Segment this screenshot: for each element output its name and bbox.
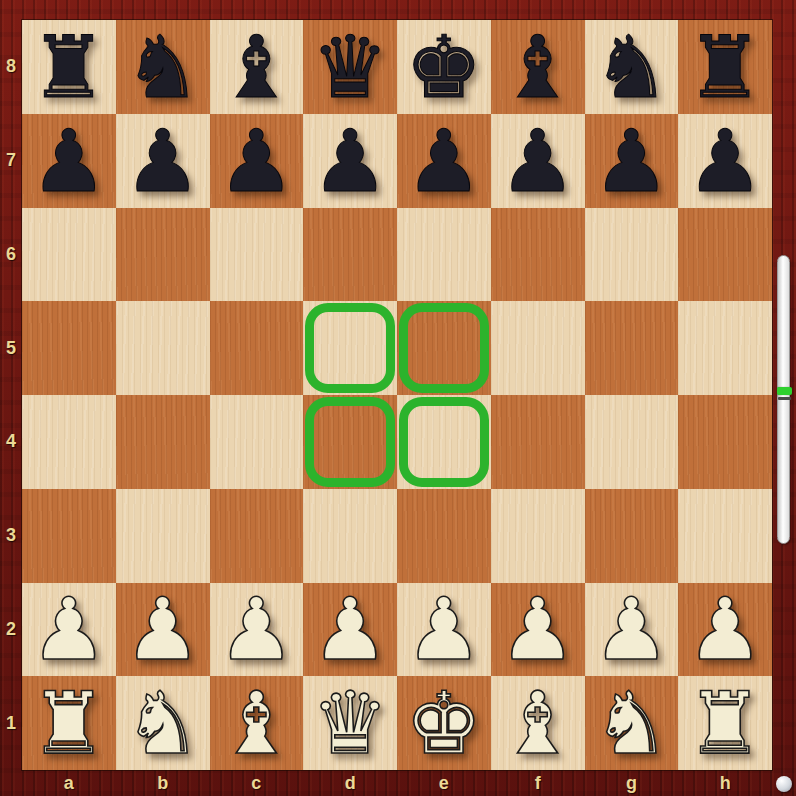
piece-wK-e1[interactable]: ♚	[397, 676, 491, 770]
piece-bP-d7[interactable]: ♟	[303, 114, 397, 208]
square-e8[interactable]: ♚	[397, 20, 491, 114]
piece-wP-b2[interactable]: ♟	[116, 583, 210, 677]
rank-label-5: 5	[0, 301, 22, 395]
piece-bP-a7[interactable]: ♟	[22, 114, 116, 208]
chess-board[interactable]: ♜♞♝♛♚♝♞♜♟♟♟♟♟♟♟♟♟♟♟♟♟♟♟♟♜♞♝♛♚♝♞♜	[22, 20, 772, 770]
square-c7[interactable]: ♟	[210, 114, 304, 208]
square-g7[interactable]: ♟	[585, 114, 679, 208]
square-a1[interactable]: ♜	[22, 676, 116, 770]
square-g4[interactable]	[585, 395, 679, 489]
square-c4[interactable]	[210, 395, 304, 489]
square-h4[interactable]	[678, 395, 772, 489]
piece-bQ-d8[interactable]: ♛	[303, 20, 397, 114]
piece-wP-c2[interactable]: ♟	[210, 583, 304, 677]
square-h6[interactable]	[678, 208, 772, 302]
rank-label-1: 1	[0, 676, 22, 770]
square-c1[interactable]: ♝	[210, 676, 304, 770]
square-b7[interactable]: ♟	[116, 114, 210, 208]
rank-label-7: 7	[0, 114, 22, 208]
square-a7[interactable]: ♟	[22, 114, 116, 208]
square-g8[interactable]: ♞	[585, 20, 679, 114]
highlight-ring-d4	[305, 397, 395, 487]
piece-wP-d2[interactable]: ♟	[303, 583, 397, 677]
piece-wR-h1[interactable]: ♜	[678, 676, 772, 770]
square-f5[interactable]	[491, 301, 585, 395]
square-a4[interactable]	[22, 395, 116, 489]
square-f6[interactable]	[491, 208, 585, 302]
board-frame: 87654321 ♜♞♝♛♚♝♞♜♟♟♟♟♟♟♟♟♟♟♟♟♟♟♟♟♜♞♝♛♚♝♞…	[0, 0, 796, 796]
square-c2[interactable]: ♟	[210, 583, 304, 677]
piece-bB-f8[interactable]: ♝	[491, 20, 585, 114]
square-f2[interactable]: ♟	[491, 583, 585, 677]
file-label-e: e	[397, 770, 491, 796]
square-b8[interactable]: ♞	[116, 20, 210, 114]
square-g2[interactable]: ♟	[585, 583, 679, 677]
piece-wP-a2[interactable]: ♟	[22, 583, 116, 677]
file-labels: abcdefgh	[22, 770, 772, 796]
piece-wQ-d1[interactable]: ♛	[303, 676, 397, 770]
square-h3[interactable]	[678, 489, 772, 583]
piece-bP-c7[interactable]: ♟	[210, 114, 304, 208]
rank-label-6: 6	[0, 208, 22, 302]
square-f3[interactable]	[491, 489, 585, 583]
rank-label-4: 4	[0, 395, 22, 489]
rank-labels: 87654321	[0, 20, 22, 770]
square-d3[interactable]	[303, 489, 397, 583]
piece-wP-f2[interactable]: ♟	[491, 583, 585, 677]
piece-wN-b1[interactable]: ♞	[116, 676, 210, 770]
file-label-f: f	[491, 770, 585, 796]
square-g1[interactable]: ♞	[585, 676, 679, 770]
square-f7[interactable]: ♟	[491, 114, 585, 208]
square-e5[interactable]	[397, 301, 491, 395]
piece-bR-a8[interactable]: ♜	[22, 20, 116, 114]
square-e7[interactable]: ♟	[397, 114, 491, 208]
piece-wB-f1[interactable]: ♝	[491, 676, 585, 770]
square-d1[interactable]: ♛	[303, 676, 397, 770]
square-c5[interactable]	[210, 301, 304, 395]
square-f1[interactable]: ♝	[491, 676, 585, 770]
piece-bN-g8[interactable]: ♞	[585, 20, 679, 114]
move-slider[interactable]	[777, 255, 790, 544]
piece-wB-c1[interactable]: ♝	[210, 676, 304, 770]
square-g3[interactable]	[585, 489, 679, 583]
square-d5[interactable]	[303, 301, 397, 395]
corner-ball-button[interactable]	[776, 776, 792, 792]
rank-label-2: 2	[0, 583, 22, 677]
square-e2[interactable]: ♟	[397, 583, 491, 677]
piece-wN-g1[interactable]: ♞	[585, 676, 679, 770]
piece-bP-f7[interactable]: ♟	[491, 114, 585, 208]
file-label-a: a	[22, 770, 116, 796]
square-b4[interactable]	[116, 395, 210, 489]
square-e4[interactable]	[397, 395, 491, 489]
file-label-b: b	[116, 770, 210, 796]
square-f4[interactable]	[491, 395, 585, 489]
square-e3[interactable]	[397, 489, 491, 583]
piece-bP-g7[interactable]: ♟	[585, 114, 679, 208]
file-label-d: d	[303, 770, 397, 796]
square-f8[interactable]: ♝	[491, 20, 585, 114]
square-e1[interactable]: ♚	[397, 676, 491, 770]
square-h1[interactable]: ♜	[678, 676, 772, 770]
square-h2[interactable]: ♟	[678, 583, 772, 677]
square-h8[interactable]: ♜	[678, 20, 772, 114]
piece-wP-h2[interactable]: ♟	[678, 583, 772, 677]
square-g5[interactable]	[585, 301, 679, 395]
rank-label-8: 8	[0, 20, 22, 114]
file-label-h: h	[678, 770, 772, 796]
square-d7[interactable]: ♟	[303, 114, 397, 208]
square-a8[interactable]: ♜	[22, 20, 116, 114]
piece-bB-c8[interactable]: ♝	[210, 20, 304, 114]
square-a2[interactable]: ♟	[22, 583, 116, 677]
square-a5[interactable]	[22, 301, 116, 395]
square-c6[interactable]	[210, 208, 304, 302]
square-b6[interactable]	[116, 208, 210, 302]
square-h7[interactable]: ♟	[678, 114, 772, 208]
highlight-ring-e4	[399, 397, 489, 487]
square-b5[interactable]	[116, 301, 210, 395]
file-label-c: c	[210, 770, 304, 796]
piece-bP-h7[interactable]: ♟	[678, 114, 772, 208]
square-d8[interactable]: ♛	[303, 20, 397, 114]
piece-wR-a1[interactable]: ♜	[22, 676, 116, 770]
square-b2[interactable]: ♟	[116, 583, 210, 677]
square-a3[interactable]	[22, 489, 116, 583]
piece-bK-e8[interactable]: ♚	[397, 20, 491, 114]
square-g6[interactable]	[585, 208, 679, 302]
piece-wP-g2[interactable]: ♟	[585, 583, 679, 677]
slider-position-marker	[777, 387, 792, 395]
highlight-ring-e5	[399, 303, 489, 393]
square-e6[interactable]	[397, 208, 491, 302]
square-a6[interactable]	[22, 208, 116, 302]
piece-bN-b8[interactable]: ♞	[116, 20, 210, 114]
file-label-g: g	[585, 770, 679, 796]
piece-bP-b7[interactable]: ♟	[116, 114, 210, 208]
square-d6[interactable]	[303, 208, 397, 302]
piece-bR-h8[interactable]: ♜	[678, 20, 772, 114]
highlight-ring-d5	[305, 303, 395, 393]
square-h5[interactable]	[678, 301, 772, 395]
piece-bP-e7[interactable]: ♟	[397, 114, 491, 208]
slider-baseline	[778, 397, 791, 400]
square-d4[interactable]	[303, 395, 397, 489]
square-b1[interactable]: ♞	[116, 676, 210, 770]
square-c3[interactable]	[210, 489, 304, 583]
rank-label-3: 3	[0, 489, 22, 583]
square-d2[interactable]: ♟	[303, 583, 397, 677]
piece-wP-e2[interactable]: ♟	[397, 583, 491, 677]
square-b3[interactable]	[116, 489, 210, 583]
square-c8[interactable]: ♝	[210, 20, 304, 114]
